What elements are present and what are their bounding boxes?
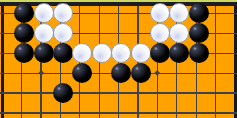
white-stone xyxy=(34,3,54,23)
white-stone xyxy=(131,43,151,63)
white-stone xyxy=(53,23,73,43)
go-board[interactable] xyxy=(0,0,237,118)
black-stone xyxy=(72,63,92,83)
black-stone xyxy=(111,63,131,83)
white-stone xyxy=(150,23,170,43)
grid-line-horizontal xyxy=(0,112,237,113)
white-stone xyxy=(53,3,73,23)
white-stone xyxy=(72,43,92,63)
white-stone xyxy=(34,23,54,43)
black-stone xyxy=(34,43,54,63)
star-point xyxy=(38,70,44,76)
black-stone xyxy=(14,23,34,43)
black-stone xyxy=(14,3,34,23)
board-edge-line-vertical xyxy=(234,6,237,118)
black-stone xyxy=(53,43,73,63)
star-point xyxy=(154,70,160,76)
black-stone xyxy=(150,43,170,63)
black-stone xyxy=(189,23,209,43)
board-edge-line-vertical xyxy=(1,6,4,118)
grid-line-horizontal xyxy=(0,92,237,93)
black-stone xyxy=(14,43,34,63)
white-stone xyxy=(150,3,170,23)
go-app-screenshot xyxy=(0,0,237,118)
white-stone xyxy=(111,43,131,63)
black-stone xyxy=(53,83,73,103)
white-stone xyxy=(169,23,189,43)
black-stone xyxy=(169,43,189,63)
black-stone xyxy=(131,63,151,83)
white-stone xyxy=(92,43,112,63)
black-stone xyxy=(189,3,209,23)
black-stone xyxy=(189,43,209,63)
white-stone xyxy=(169,3,189,23)
grid-line-vertical xyxy=(215,6,216,118)
